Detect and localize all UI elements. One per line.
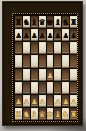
square-e6[interactable] bbox=[47, 42, 54, 54]
piece-bp-a7[interactable]: ♟ bbox=[15, 33, 21, 40]
square-e2[interactable] bbox=[47, 95, 54, 107]
piece-bp-c7[interactable]: ♟ bbox=[31, 33, 37, 40]
square-h8[interactable]: ♜ bbox=[70, 16, 77, 28]
square-b4[interactable] bbox=[23, 69, 30, 81]
piece-br-h8[interactable]: ♜ bbox=[70, 19, 77, 27]
square-e1[interactable]: ♚ bbox=[47, 108, 54, 120]
square-e5[interactable] bbox=[47, 55, 54, 67]
piece-wp-b2[interactable]: ♟ bbox=[23, 99, 29, 106]
picture-frame: ♜♞♝♛♚♝♞♜♟♟♟♟♟♟♟♟♟♟♟♟♟♟♟♟♜♞♝♛♚♝♞♜ bbox=[2, 1, 83, 126]
piece-wq-d1[interactable]: ♛ bbox=[38, 111, 45, 119]
square-f3[interactable] bbox=[54, 82, 61, 94]
square-d6[interactable] bbox=[39, 42, 46, 54]
square-d2[interactable]: ♟ bbox=[39, 95, 46, 107]
piece-wp-d2[interactable]: ♟ bbox=[39, 99, 45, 106]
square-f8[interactable]: ♝ bbox=[54, 16, 61, 28]
square-d8[interactable]: ♛ bbox=[39, 16, 46, 28]
square-g6[interactable] bbox=[62, 42, 69, 54]
square-c2[interactable]: ♟ bbox=[31, 95, 38, 107]
piece-bp-d7[interactable]: ♟ bbox=[39, 33, 45, 40]
piece-bq-d8[interactable]: ♛ bbox=[38, 19, 45, 27]
square-e3[interactable] bbox=[47, 82, 54, 94]
square-b6[interactable] bbox=[23, 42, 30, 54]
square-a3[interactable] bbox=[15, 82, 22, 94]
square-g3[interactable] bbox=[62, 82, 69, 94]
square-h2[interactable]: ♟ bbox=[70, 95, 77, 107]
square-g4[interactable] bbox=[62, 69, 69, 81]
piece-wn-g1[interactable]: ♞ bbox=[62, 111, 69, 119]
square-d3[interactable] bbox=[39, 82, 46, 94]
square-d1[interactable]: ♛ bbox=[39, 108, 46, 120]
square-d7[interactable]: ♟ bbox=[39, 29, 46, 41]
square-g1[interactable]: ♞ bbox=[62, 108, 69, 120]
piece-wb-c1[interactable]: ♝ bbox=[31, 111, 38, 119]
square-a8[interactable]: ♜ bbox=[15, 16, 22, 28]
square-c6[interactable] bbox=[31, 42, 38, 54]
square-h1[interactable]: ♜ bbox=[70, 108, 77, 120]
square-g8[interactable]: ♞ bbox=[62, 16, 69, 28]
piece-bp-f7[interactable]: ♟ bbox=[55, 33, 61, 40]
wall-background: ♜♞♝♛♚♝♞♜♟♟♟♟♟♟♟♟♟♟♟♟♟♟♟♟♜♞♝♛♚♝♞♜ bbox=[0, 0, 86, 131]
piece-wp-c2[interactable]: ♟ bbox=[31, 99, 37, 106]
square-a1[interactable]: ♜ bbox=[15, 108, 22, 120]
square-g5[interactable] bbox=[62, 55, 69, 67]
square-f1[interactable]: ♝ bbox=[54, 108, 61, 120]
piece-bp-h7[interactable]: ♟ bbox=[71, 33, 77, 40]
piece-bn-b8[interactable]: ♞ bbox=[23, 19, 30, 27]
square-e7[interactable]: ♟ bbox=[47, 29, 54, 41]
square-f7[interactable]: ♟ bbox=[54, 29, 61, 41]
square-h7[interactable]: ♟ bbox=[70, 29, 77, 41]
square-g7[interactable]: ♟ bbox=[62, 29, 69, 41]
piece-bn-g8[interactable]: ♞ bbox=[62, 19, 69, 27]
square-c4[interactable] bbox=[31, 69, 38, 81]
square-a5[interactable] bbox=[15, 55, 22, 67]
square-c8[interactable]: ♝ bbox=[31, 16, 38, 28]
square-b7[interactable]: ♟ bbox=[23, 29, 30, 41]
piece-wp-e4[interactable]: ♟ bbox=[47, 73, 53, 80]
square-f4[interactable] bbox=[54, 69, 61, 81]
chess-board: ♜♞♝♛♚♝♞♜♟♟♟♟♟♟♟♟♟♟♟♟♟♟♟♟♜♞♝♛♚♝♞♜ bbox=[15, 16, 77, 120]
square-b3[interactable] bbox=[23, 82, 30, 94]
square-e8[interactable]: ♚ bbox=[47, 16, 54, 28]
piece-bp-e7[interactable]: ♟ bbox=[47, 33, 53, 40]
piece-wk-e1[interactable]: ♚ bbox=[46, 111, 53, 119]
square-d4[interactable] bbox=[39, 69, 46, 81]
piece-bb-c8[interactable]: ♝ bbox=[31, 19, 38, 27]
square-c5[interactable] bbox=[31, 55, 38, 67]
square-c7[interactable]: ♟ bbox=[31, 29, 38, 41]
square-h5[interactable] bbox=[70, 55, 77, 67]
square-a2[interactable]: ♟ bbox=[15, 95, 22, 107]
piece-wp-a2[interactable]: ♟ bbox=[15, 99, 21, 106]
piece-bp-b7[interactable]: ♟ bbox=[23, 33, 29, 40]
square-c3[interactable] bbox=[31, 82, 38, 94]
square-a6[interactable] bbox=[15, 42, 22, 54]
square-b2[interactable]: ♟ bbox=[23, 95, 30, 107]
square-h4[interactable] bbox=[70, 69, 77, 81]
piece-wr-h1[interactable]: ♜ bbox=[70, 111, 77, 119]
square-f2[interactable]: ♟ bbox=[54, 95, 61, 107]
piece-bp-g7[interactable]: ♟ bbox=[63, 33, 69, 40]
square-h3[interactable] bbox=[70, 82, 77, 94]
piece-wp-h2[interactable]: ♟ bbox=[71, 99, 77, 106]
square-f6[interactable] bbox=[54, 42, 61, 54]
square-b1[interactable]: ♞ bbox=[23, 108, 30, 120]
piece-wn-b1[interactable]: ♞ bbox=[23, 111, 30, 119]
square-b5[interactable] bbox=[23, 55, 30, 67]
square-d5[interactable] bbox=[39, 55, 46, 67]
square-c1[interactable]: ♝ bbox=[31, 108, 38, 120]
piece-wp-f2[interactable]: ♟ bbox=[55, 99, 61, 106]
piece-wb-f1[interactable]: ♝ bbox=[54, 111, 61, 119]
square-a4[interactable] bbox=[15, 69, 22, 81]
piece-wp-g2[interactable]: ♟ bbox=[63, 99, 69, 106]
piece-br-a8[interactable]: ♜ bbox=[15, 19, 22, 27]
square-b8[interactable]: ♞ bbox=[23, 16, 30, 28]
square-h6[interactable] bbox=[70, 42, 77, 54]
square-g2[interactable]: ♟ bbox=[62, 95, 69, 107]
piece-bk-e8[interactable]: ♚ bbox=[46, 19, 53, 27]
piece-wr-a1[interactable]: ♜ bbox=[15, 111, 22, 119]
square-f5[interactable] bbox=[54, 55, 61, 67]
square-e4[interactable]: ♟ bbox=[47, 69, 54, 81]
piece-bb-f8[interactable]: ♝ bbox=[54, 19, 61, 27]
square-a7[interactable]: ♟ bbox=[15, 29, 22, 41]
